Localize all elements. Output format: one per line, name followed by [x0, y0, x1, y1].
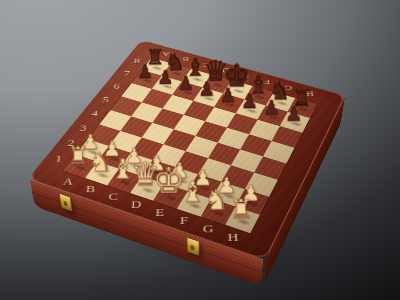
white-rook-a1[interactable]: ♜ — [67, 144, 89, 168]
black-pawn-g7[interactable]: ♟ — [263, 98, 281, 118]
file-label-near-D: D — [123, 197, 150, 212]
black-pawn-b7[interactable]: ♟ — [157, 68, 174, 87]
scene: ♜♞♝♛♚♝♞♜♟♟♟♟♟♟♟♟♟♟♟♟♟♟♟♟♜♞♝♛♚♝♞♜ ABCDEFG… — [0, 0, 400, 300]
white-bishop-f1[interactable]: ♝ — [180, 178, 205, 206]
white-knight-g1[interactable]: ♞ — [204, 187, 229, 215]
white-knight-b1[interactable]: ♞ — [88, 149, 112, 175]
white-rook-h1[interactable]: ♜ — [229, 197, 252, 223]
black-pawn-e7[interactable]: ♟ — [219, 86, 236, 105]
brass-latch-left — [58, 193, 72, 212]
black-pawn-f7[interactable]: ♟ — [241, 92, 258, 111]
black-pawn-c7[interactable]: ♟ — [177, 74, 194, 93]
black-pawn-h7[interactable]: ♟ — [285, 104, 303, 124]
file-label-near-E: E — [146, 205, 173, 220]
file-label-near-F: F — [170, 213, 197, 228]
brass-latch-right — [186, 237, 199, 257]
file-label-near-G: G — [195, 221, 222, 236]
rank-label-7: 7 — [116, 68, 137, 78]
square-h7[interactable]: ♟ — [280, 112, 310, 133]
rank-label-4: 4 — [83, 108, 106, 120]
black-pawn-d7[interactable]: ♟ — [198, 80, 215, 99]
rank-label-6: 6 — [106, 81, 128, 92]
black-pawn-a7[interactable]: ♟ — [137, 62, 154, 81]
file-label-near-H: H — [219, 230, 247, 246]
rank-label-5: 5 — [95, 94, 117, 105]
